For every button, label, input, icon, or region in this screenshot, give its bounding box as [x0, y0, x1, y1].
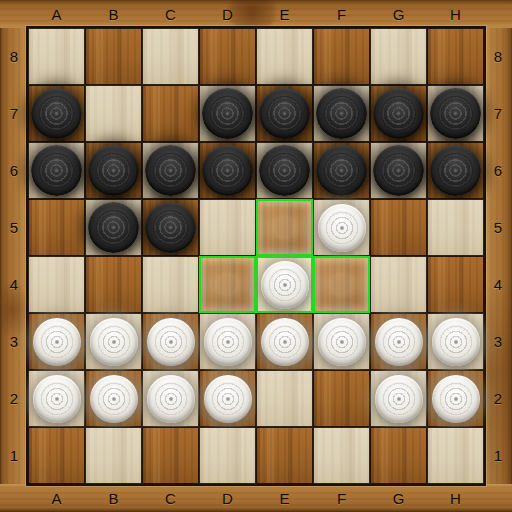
file-label-D: D: [199, 0, 256, 28]
board-wrap: [26, 26, 486, 486]
white-piece-C2[interactable]: [147, 375, 195, 423]
square-F6[interactable]: [313, 142, 370, 199]
rank-labels-left: 87654321: [0, 28, 28, 484]
rank-label-3: 3: [0, 313, 28, 370]
square-H3[interactable]: [427, 313, 484, 370]
square-E2[interactable]: [256, 370, 313, 427]
square-H8[interactable]: [427, 28, 484, 85]
rank-label-4: 4: [484, 256, 512, 313]
highlight-overlay-D4: [201, 258, 254, 311]
black-piece-F7[interactable]: [316, 88, 367, 139]
rank-label-8: 8: [484, 28, 512, 85]
file-label-G: G: [370, 0, 427, 28]
file-label-G: G: [370, 484, 427, 512]
square-F4[interactable]: [313, 256, 370, 313]
rank-label-2: 2: [484, 370, 512, 427]
file-label-H: H: [427, 0, 484, 28]
file-label-F: F: [313, 484, 370, 512]
square-H2[interactable]: [427, 370, 484, 427]
rank-label-2: 2: [0, 370, 28, 427]
square-A3[interactable]: [28, 313, 85, 370]
black-piece-G7[interactable]: [373, 88, 424, 139]
square-D7[interactable]: [199, 85, 256, 142]
white-piece-A3[interactable]: [33, 318, 81, 366]
checkers-app: ABCDEFGH ABCDEFGH 87654321 87654321: [0, 0, 512, 512]
square-D4[interactable]: [199, 256, 256, 313]
square-H1[interactable]: [427, 427, 484, 484]
square-G4[interactable]: [370, 256, 427, 313]
square-B8[interactable]: [85, 28, 142, 85]
square-E6[interactable]: [256, 142, 313, 199]
black-piece-A6[interactable]: [31, 145, 82, 196]
square-D1[interactable]: [199, 427, 256, 484]
file-label-D: D: [199, 484, 256, 512]
black-piece-B5[interactable]: [88, 202, 139, 253]
white-piece-C3[interactable]: [147, 318, 195, 366]
file-label-F: F: [313, 0, 370, 28]
black-piece-F6[interactable]: [316, 145, 367, 196]
square-A7[interactable]: [28, 85, 85, 142]
white-piece-E4[interactable]: [261, 261, 309, 309]
square-G3[interactable]: [370, 313, 427, 370]
black-piece-D6[interactable]: [202, 145, 253, 196]
square-F7[interactable]: [313, 85, 370, 142]
rank-label-1: 1: [0, 427, 28, 484]
rank-label-4: 4: [0, 256, 28, 313]
square-D6[interactable]: [199, 142, 256, 199]
square-H7[interactable]: [427, 85, 484, 142]
square-H4[interactable]: [427, 256, 484, 313]
square-F8[interactable]: [313, 28, 370, 85]
square-C2[interactable]: [142, 370, 199, 427]
square-G1[interactable]: [370, 427, 427, 484]
square-B1[interactable]: [85, 427, 142, 484]
square-B5[interactable]: [85, 199, 142, 256]
square-A8[interactable]: [28, 28, 85, 85]
board: [28, 28, 484, 484]
white-piece-H3[interactable]: [432, 318, 480, 366]
rank-label-3: 3: [484, 313, 512, 370]
file-label-H: H: [427, 484, 484, 512]
file-label-A: A: [28, 0, 85, 28]
white-piece-F3[interactable]: [318, 318, 366, 366]
file-labels-bottom: ABCDEFGH: [28, 484, 484, 512]
white-piece-A2[interactable]: [33, 375, 81, 423]
square-E4[interactable]: [256, 256, 313, 313]
white-piece-D3[interactable]: [204, 318, 252, 366]
square-E8[interactable]: [256, 28, 313, 85]
rank-label-6: 6: [0, 142, 28, 199]
square-B7[interactable]: [85, 85, 142, 142]
white-piece-F5[interactable]: [318, 204, 366, 252]
black-piece-E6[interactable]: [259, 145, 310, 196]
white-piece-B3[interactable]: [90, 318, 138, 366]
rank-labels-right: 87654321: [484, 28, 512, 484]
square-G6[interactable]: [370, 142, 427, 199]
rank-label-6: 6: [484, 142, 512, 199]
black-piece-H6[interactable]: [430, 145, 481, 196]
rank-label-5: 5: [484, 199, 512, 256]
file-label-E: E: [256, 484, 313, 512]
square-G2[interactable]: [370, 370, 427, 427]
white-piece-G2[interactable]: [375, 375, 423, 423]
black-piece-B6[interactable]: [88, 145, 139, 196]
file-label-E: E: [256, 0, 313, 28]
square-A5[interactable]: [28, 199, 85, 256]
square-B4[interactable]: [85, 256, 142, 313]
black-piece-D7[interactable]: [202, 88, 253, 139]
square-F3[interactable]: [313, 313, 370, 370]
square-H6[interactable]: [427, 142, 484, 199]
white-piece-H2[interactable]: [432, 375, 480, 423]
square-H5[interactable]: [427, 199, 484, 256]
square-C3[interactable]: [142, 313, 199, 370]
file-label-A: A: [28, 484, 85, 512]
square-A4[interactable]: [28, 256, 85, 313]
file-labels-top: ABCDEFGH: [28, 0, 484, 28]
square-F2[interactable]: [313, 370, 370, 427]
square-B6[interactable]: [85, 142, 142, 199]
square-C7[interactable]: [142, 85, 199, 142]
square-C6[interactable]: [142, 142, 199, 199]
rank-label-5: 5: [0, 199, 28, 256]
square-C1[interactable]: [142, 427, 199, 484]
square-G5[interactable]: [370, 199, 427, 256]
white-piece-G3[interactable]: [375, 318, 423, 366]
black-piece-E7[interactable]: [259, 88, 310, 139]
white-piece-E3[interactable]: [261, 318, 309, 366]
square-A6[interactable]: [28, 142, 85, 199]
highlight-overlay-F4: [315, 258, 368, 311]
square-D5[interactable]: [199, 199, 256, 256]
rank-label-7: 7: [484, 85, 512, 142]
square-E7[interactable]: [256, 85, 313, 142]
rank-label-1: 1: [484, 427, 512, 484]
square-G8[interactable]: [370, 28, 427, 85]
square-C5[interactable]: [142, 199, 199, 256]
file-label-C: C: [142, 0, 199, 28]
square-D2[interactable]: [199, 370, 256, 427]
highlight-overlay-E5: [258, 201, 311, 254]
white-piece-D2[interactable]: [204, 375, 252, 423]
black-piece-H7[interactable]: [430, 88, 481, 139]
file-label-B: B: [85, 484, 142, 512]
square-E1[interactable]: [256, 427, 313, 484]
square-D8[interactable]: [199, 28, 256, 85]
black-piece-C5[interactable]: [145, 202, 196, 253]
square-G7[interactable]: [370, 85, 427, 142]
square-D3[interactable]: [199, 313, 256, 370]
black-piece-A7[interactable]: [31, 88, 82, 139]
square-E3[interactable]: [256, 313, 313, 370]
square-E5[interactable]: [256, 199, 313, 256]
square-A1[interactable]: [28, 427, 85, 484]
square-F5[interactable]: [313, 199, 370, 256]
square-B2[interactable]: [85, 370, 142, 427]
rank-label-7: 7: [0, 85, 28, 142]
square-C4[interactable]: [142, 256, 199, 313]
rank-label-8: 8: [0, 28, 28, 85]
black-piece-C6[interactable]: [145, 145, 196, 196]
square-F1[interactable]: [313, 427, 370, 484]
square-A2[interactable]: [28, 370, 85, 427]
file-label-B: B: [85, 0, 142, 28]
black-piece-G6[interactable]: [373, 145, 424, 196]
square-B3[interactable]: [85, 313, 142, 370]
file-label-C: C: [142, 484, 199, 512]
white-piece-B2[interactable]: [90, 375, 138, 423]
square-C8[interactable]: [142, 28, 199, 85]
